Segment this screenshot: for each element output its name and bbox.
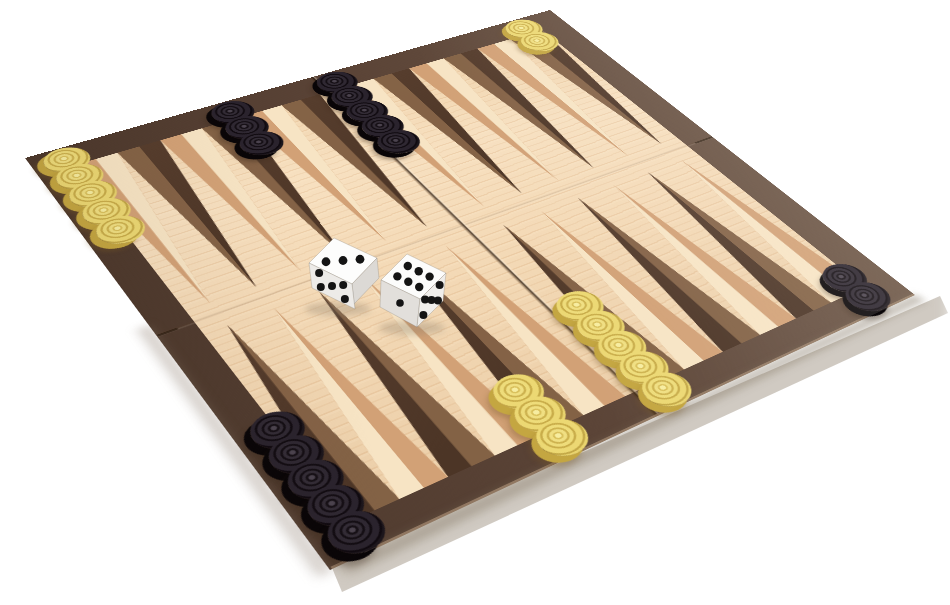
checkers-layer (25, 10, 915, 570)
backgammon-board (25, 10, 915, 570)
photo-stage (0, 0, 950, 605)
